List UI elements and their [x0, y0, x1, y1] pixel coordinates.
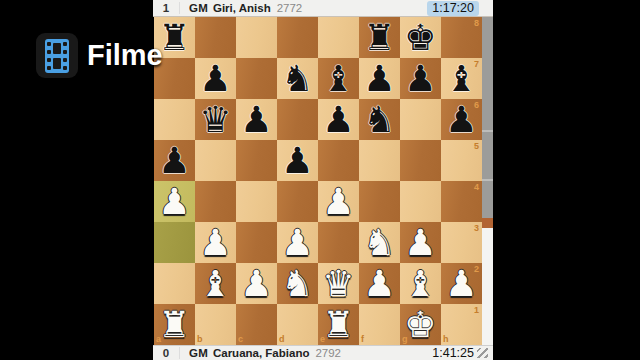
square-c3[interactable]	[236, 222, 277, 263]
scrollbar-accent	[482, 218, 493, 228]
square-b7[interactable]: ♟	[195, 58, 236, 99]
square-h4[interactable]: 4	[441, 181, 482, 222]
piece-black-pawn: ♟	[445, 99, 477, 140]
square-f8[interactable]: ♜	[359, 17, 400, 58]
square-f5[interactable]	[359, 140, 400, 181]
piece-black-rook: ♜	[363, 17, 395, 58]
square-a6[interactable]	[154, 99, 195, 140]
bottom-player-title: GM	[189, 347, 208, 359]
square-g8[interactable]: ♚	[400, 17, 441, 58]
scrollbar-divider	[482, 130, 493, 132]
square-b2[interactable]: ♝	[195, 263, 236, 304]
square-d8[interactable]	[277, 17, 318, 58]
piece-white-pawn: ♟	[199, 222, 231, 263]
square-e1[interactable]: ♜e	[318, 304, 359, 345]
square-c5[interactable]	[236, 140, 277, 181]
top-player-title: GM	[189, 2, 208, 14]
piece-white-knight: ♞	[363, 222, 395, 263]
square-b5[interactable]	[195, 140, 236, 181]
piece-black-king: ♚	[404, 17, 436, 58]
square-b8[interactable]	[195, 17, 236, 58]
rank-label-7: 7	[474, 59, 479, 69]
chess-board[interactable]: ♜♜♚8♟♞♝♟♟♝7♛♟♟♞♟6♟♟5♟♟4♟♟♞♟3♝♟♞♛♟♝♟2♜abc…	[154, 17, 482, 345]
piece-white-pawn: ♟	[158, 181, 190, 222]
square-h1[interactable]: h1	[441, 304, 482, 345]
square-e6[interactable]: ♟	[318, 99, 359, 140]
square-d2[interactable]: ♞	[277, 263, 318, 304]
square-c4[interactable]	[236, 181, 277, 222]
square-c1[interactable]: c	[236, 304, 277, 345]
file-label-b: b	[197, 334, 203, 344]
broadcast-stage: 1 GM Giri, Anish 2772 1:17:20 ♜♜♚8♟♞♝♟♟♝…	[0, 0, 640, 360]
square-f1[interactable]: f	[359, 304, 400, 345]
bottom-player-name: Caruana, Fabiano	[213, 347, 310, 359]
square-e5[interactable]	[318, 140, 359, 181]
square-h3[interactable]: 3	[441, 222, 482, 263]
piece-black-pawn: ♟	[240, 99, 272, 140]
film-strip-icon	[36, 33, 78, 78]
rank-label-8: 8	[474, 18, 479, 28]
rank-label-5: 5	[474, 141, 479, 151]
top-player-name: Giri, Anish	[213, 2, 271, 14]
square-e3[interactable]	[318, 222, 359, 263]
square-b6[interactable]: ♛	[195, 99, 236, 140]
rank-label-2: 2	[474, 264, 479, 274]
square-g1[interactable]: ♚g	[400, 304, 441, 345]
square-d5[interactable]: ♟	[277, 140, 318, 181]
square-b1[interactable]: b	[195, 304, 236, 345]
square-g5[interactable]	[400, 140, 441, 181]
piece-white-king: ♚	[404, 304, 436, 345]
piece-white-pawn: ♟	[240, 263, 272, 304]
piece-black-pawn: ♟	[199, 58, 231, 99]
square-e7[interactable]: ♝	[318, 58, 359, 99]
piece-black-pawn: ♟	[158, 140, 190, 181]
square-c6[interactable]: ♟	[236, 99, 277, 140]
square-d1[interactable]: d	[277, 304, 318, 345]
piece-white-rook: ♜	[158, 304, 190, 345]
bottom-player-bar: 0 GM Caruana, Fabiano 2792 1:41:25	[153, 345, 493, 360]
rank-label-4: 4	[474, 182, 479, 192]
file-label-f: f	[361, 334, 364, 344]
square-f4[interactable]	[359, 181, 400, 222]
top-player-score: 1	[153, 2, 180, 14]
piece-white-pawn: ♟	[363, 263, 395, 304]
square-g6[interactable]	[400, 99, 441, 140]
rank-label-1: 1	[474, 305, 479, 315]
square-a2[interactable]	[154, 263, 195, 304]
piece-black-bishop: ♝	[322, 58, 354, 99]
square-h8[interactable]: 8	[441, 17, 482, 58]
square-e8[interactable]	[318, 17, 359, 58]
square-e4[interactable]: ♟	[318, 181, 359, 222]
square-b4[interactable]	[195, 181, 236, 222]
square-a3[interactable]	[154, 222, 195, 263]
square-g4[interactable]	[400, 181, 441, 222]
piece-black-knight: ♞	[281, 58, 313, 99]
file-label-e: e	[320, 334, 325, 344]
piece-black-pawn: ♟	[281, 140, 313, 181]
square-d3[interactable]: ♟	[277, 222, 318, 263]
square-f3[interactable]: ♞	[359, 222, 400, 263]
scrollbar-thumb[interactable]	[482, 17, 493, 218]
square-a4[interactable]: ♟	[154, 181, 195, 222]
square-f6[interactable]: ♞	[359, 99, 400, 140]
scrollbar-divider	[482, 179, 493, 181]
square-h6[interactable]: ♟6	[441, 99, 482, 140]
top-player-bar: 1 GM Giri, Anish 2772 1:17:20	[153, 0, 493, 17]
resize-handle-icon[interactable]	[477, 348, 488, 358]
square-d6[interactable]	[277, 99, 318, 140]
piece-black-rook: ♜	[158, 17, 190, 58]
piece-white-rook: ♜	[322, 304, 354, 345]
move-list-scrollbar	[482, 17, 493, 345]
square-f7[interactable]: ♟	[359, 58, 400, 99]
piece-white-queen: ♛	[322, 263, 354, 304]
square-g3[interactable]: ♟	[400, 222, 441, 263]
piece-black-queen: ♛	[199, 99, 231, 140]
rank-label-3: 3	[474, 223, 479, 233]
square-h2[interactable]: ♟2	[441, 263, 482, 304]
piece-white-pawn: ♟	[281, 222, 313, 263]
piece-white-pawn: ♟	[404, 222, 436, 263]
square-b3[interactable]: ♟	[195, 222, 236, 263]
piece-black-pawn: ♟	[363, 58, 395, 99]
square-c2[interactable]: ♟	[236, 263, 277, 304]
piece-white-bishop: ♝	[199, 263, 231, 304]
piece-black-knight: ♞	[363, 99, 395, 140]
rank-label-6: 6	[474, 100, 479, 110]
file-label-c: c	[238, 334, 243, 344]
square-d4[interactable]	[277, 181, 318, 222]
bottom-player-rating: 2792	[315, 347, 341, 359]
square-g2[interactable]: ♝	[400, 263, 441, 304]
filme-logo: Filme	[36, 33, 163, 78]
square-d7[interactable]: ♞	[277, 58, 318, 99]
square-e2[interactable]: ♛	[318, 263, 359, 304]
square-a5[interactable]: ♟	[154, 140, 195, 181]
file-label-d: d	[279, 334, 285, 344]
square-a1[interactable]: ♜a	[154, 304, 195, 345]
top-player-rating: 2772	[277, 2, 303, 14]
file-label-h: h	[443, 334, 449, 344]
bottom-player-clock: 1:41:25	[427, 346, 479, 360]
piece-white-pawn: ♟	[322, 181, 354, 222]
square-f2[interactable]: ♟	[359, 263, 400, 304]
logo-text: Filme	[87, 39, 163, 72]
file-label-g: g	[402, 334, 408, 344]
square-c7[interactable]	[236, 58, 277, 99]
piece-white-bishop: ♝	[404, 263, 436, 304]
bottom-player-score: 0	[153, 347, 180, 359]
square-g7[interactable]: ♟	[400, 58, 441, 99]
square-h5[interactable]: 5	[441, 140, 482, 181]
piece-black-pawn: ♟	[322, 99, 354, 140]
top-player-clock: 1:17:20	[427, 1, 479, 16]
piece-black-pawn: ♟	[404, 58, 436, 99]
file-label-a: a	[156, 334, 161, 344]
square-h7[interactable]: ♝7	[441, 58, 482, 99]
square-c8[interactable]	[236, 17, 277, 58]
piece-white-pawn: ♟	[445, 263, 477, 304]
piece-black-bishop: ♝	[445, 58, 477, 99]
piece-white-knight: ♞	[281, 263, 313, 304]
